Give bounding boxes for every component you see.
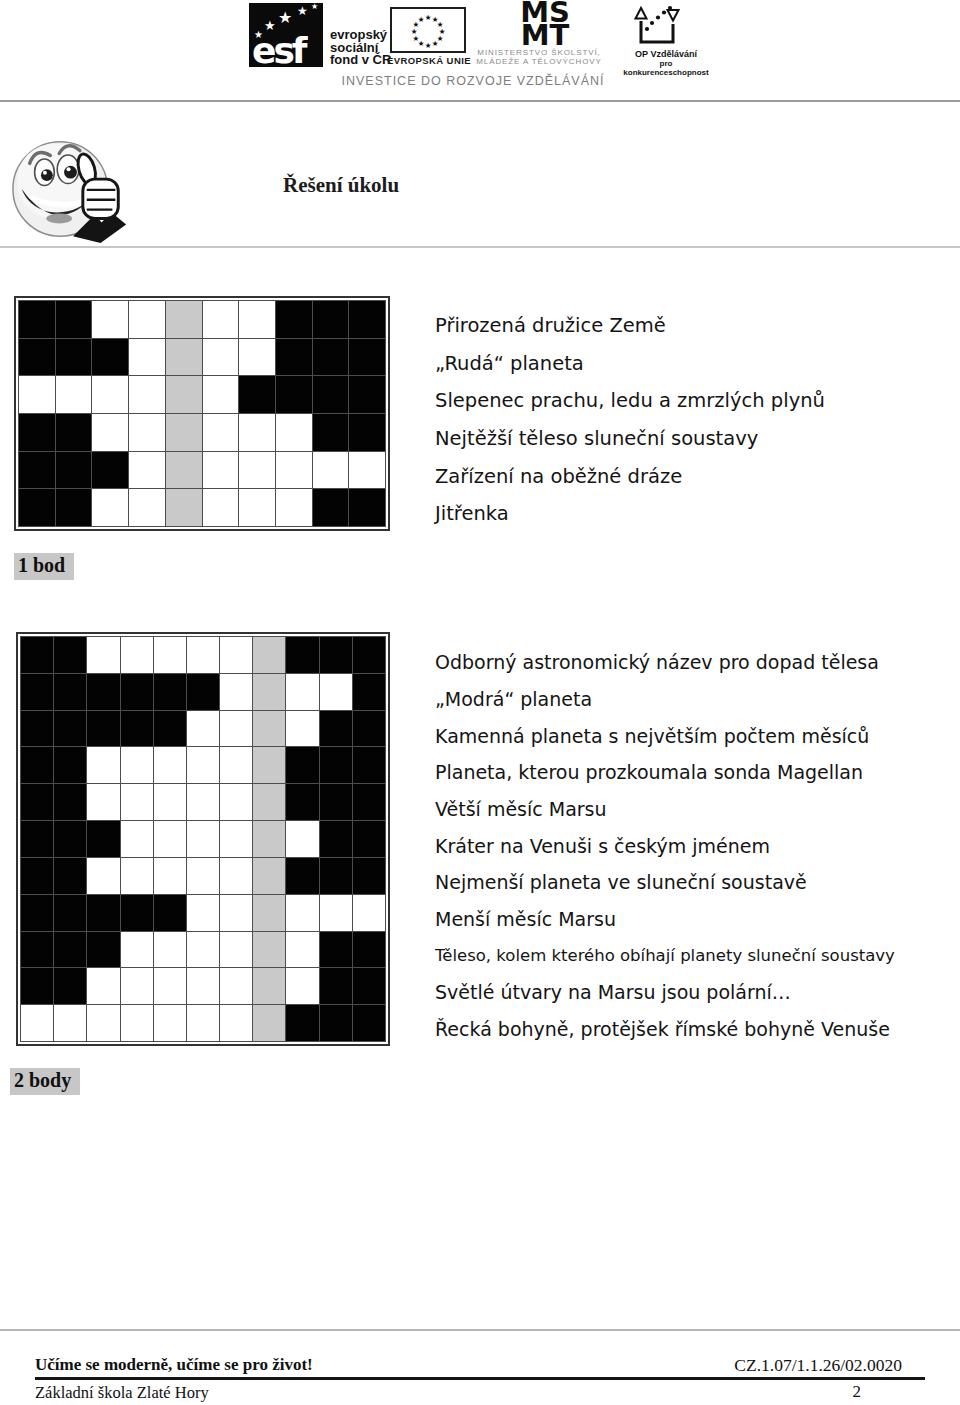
points-badge-1: 1 bod [14, 553, 74, 580]
page-title: Řešení úkolu [283, 173, 399, 198]
crossword-cell [87, 711, 119, 747]
crossword-cell [121, 711, 153, 747]
crossword-cell [253, 784, 285, 820]
eu-flag-logo: ★★★ ★★★ ★★★ ★★★ [390, 7, 466, 53]
crossword-cell [87, 821, 119, 857]
crossword-cell [353, 637, 385, 673]
crossword-cell [349, 339, 385, 376]
crossword-cell [54, 821, 86, 857]
crossword-cell [121, 932, 153, 968]
crossword-cell [187, 968, 219, 1004]
smiley-thumbs-up-image [8, 127, 136, 245]
crossword-grid-2-cells [20, 636, 386, 1042]
crossword-cell [239, 452, 275, 489]
crossword-cell [166, 452, 202, 489]
crossword-cell [129, 339, 165, 376]
crossword-cell [353, 858, 385, 894]
crossword-cell [353, 711, 385, 747]
crossword-cell [286, 674, 318, 710]
crossword-cell [320, 821, 352, 857]
crossword-cell [187, 1005, 219, 1041]
crossword-cell [239, 339, 275, 376]
esf-star-icon: ★ [297, 5, 308, 17]
crossword-cell [56, 489, 92, 526]
crossword-cell [353, 968, 385, 1004]
crossword-cell [87, 674, 119, 710]
crossword-cell [313, 301, 349, 338]
crossword-cell [203, 376, 239, 413]
crossword-cell [54, 1005, 86, 1041]
crossword-cell [253, 895, 285, 931]
crossword-cell [187, 747, 219, 783]
crossword-cell [54, 858, 86, 894]
clue-item: „Modrá“ planeta [435, 681, 895, 718]
crossword-cell [154, 1005, 186, 1041]
crossword-cell [220, 1005, 252, 1041]
crossword-cell [129, 376, 165, 413]
crossword-cell [54, 784, 86, 820]
crossword-cell [286, 747, 318, 783]
crossword-cell [92, 452, 128, 489]
crossword-cell [220, 711, 252, 747]
crossword-cell [239, 376, 275, 413]
crossword-cell [54, 895, 86, 931]
crossword-cell [320, 747, 352, 783]
eu-stars-icon: ★★★ ★★★ ★★★ ★★★ [392, 9, 464, 51]
crossword-cell [313, 414, 349, 451]
crossword-cell [203, 452, 239, 489]
crossword-cell [349, 376, 385, 413]
crossword-cell [87, 968, 119, 1004]
crossword-cell [166, 489, 202, 526]
footer-motto: Učíme se moderně, učíme se pro život! [35, 1355, 313, 1375]
crossword-cell [21, 747, 53, 783]
crossword-cell [253, 821, 285, 857]
crossword-cell [187, 858, 219, 894]
crossword-cell [187, 821, 219, 857]
crossword-cell [87, 747, 119, 783]
crossword-cell [166, 414, 202, 451]
clue-item: Kamenná planeta s největším počtem měsíc… [435, 717, 895, 754]
crossword-cell [276, 414, 312, 451]
clue-item: Těleso, kolem kterého obíhají planety sl… [435, 937, 895, 974]
crossword-cell [121, 968, 153, 1004]
crossword-cell [154, 821, 186, 857]
crossword-cell [21, 637, 53, 673]
esf-logo: ★ ★ ★ ★ ★ esf [249, 3, 323, 67]
crossword-cell [154, 932, 186, 968]
crossword-cell [320, 858, 352, 894]
crossword-cell [187, 711, 219, 747]
crossword-cell [353, 784, 385, 820]
crossword-cell [203, 301, 239, 338]
crossword-cell [87, 1005, 119, 1041]
crossword-cell [349, 452, 385, 489]
msmt-caption-line: MLÁDEŽE A TĚLOVÝCHOVY [464, 58, 614, 67]
crossword-cell [313, 339, 349, 376]
crossword-cell [253, 968, 285, 1004]
crossword-cell [121, 674, 153, 710]
crossword-cell [154, 858, 186, 894]
crossword-cell [349, 414, 385, 451]
op-caption-line: OP Vzdělávání [618, 50, 714, 59]
msmt-logo: MŠ MT [505, 1, 585, 47]
crossword-cell [19, 489, 55, 526]
clue-item: Přirozená družice Země [435, 307, 825, 345]
crossword-cell [253, 637, 285, 673]
crossword-cell [220, 821, 252, 857]
crossword-cell [87, 895, 119, 931]
crossword-cell [21, 932, 53, 968]
crossword-cell [129, 452, 165, 489]
clue-item: Nejmenší planeta ve sluneční soustavě [435, 864, 895, 901]
clue-list-2: Odborný astronomický název pro dopad těl… [435, 644, 895, 1047]
clue-item: Nejtěžší těleso sluneční soustavy [435, 420, 825, 458]
crossword-cell [166, 301, 202, 338]
crossword-cell [276, 452, 312, 489]
crossword-grid-1 [14, 296, 390, 531]
crossword-cell [21, 711, 53, 747]
crossword-cell [353, 895, 385, 931]
crossword-cell [203, 414, 239, 451]
footer-rule-line [35, 1377, 925, 1380]
crossword-cell [154, 747, 186, 783]
crossword-cell [87, 637, 119, 673]
crossword-cell [54, 747, 86, 783]
crossword-cell [253, 858, 285, 894]
crossword-cell [92, 414, 128, 451]
crossword-cell [19, 414, 55, 451]
crossword-cell [92, 376, 128, 413]
title-divider-line [0, 246, 960, 248]
crossword-cell [87, 932, 119, 968]
crossword-cell [276, 376, 312, 413]
clue-item: Slepenec prachu, ledu a zmrzlých plynů [435, 382, 825, 420]
crossword-cell [253, 1005, 285, 1041]
svg-text:★: ★ [425, 13, 432, 22]
esf-star-icon: ★ [278, 10, 292, 26]
crossword-grid-1-cells [18, 300, 386, 527]
crossword-cell [187, 674, 219, 710]
crossword-cell [154, 968, 186, 1004]
crossword-cell [253, 711, 285, 747]
crossword-cell [286, 1005, 318, 1041]
crossword-cell [54, 932, 86, 968]
crossword-cell [121, 821, 153, 857]
crossword-cell [313, 376, 349, 413]
crossword-cell [203, 339, 239, 376]
crossword-cell [21, 821, 53, 857]
crossword-cell [21, 858, 53, 894]
crossword-cell [220, 858, 252, 894]
op-logo-icon [633, 2, 685, 48]
crossword-cell [349, 301, 385, 338]
crossword-cell [121, 637, 153, 673]
crossword-cell [92, 339, 128, 376]
crossword-cell [54, 968, 86, 1004]
crossword-grid-2 [16, 632, 390, 1046]
crossword-cell [286, 968, 318, 1004]
crossword-cell [220, 747, 252, 783]
crossword-cell [19, 301, 55, 338]
crossword-cell [320, 1005, 352, 1041]
crossword-cell [87, 784, 119, 820]
crossword-cell [353, 932, 385, 968]
crossword-cell [313, 489, 349, 526]
crossword-cell [92, 489, 128, 526]
crossword-cell [56, 301, 92, 338]
crossword-cell [21, 674, 53, 710]
crossword-cell [56, 376, 92, 413]
crossword-cell [21, 784, 53, 820]
svg-text:★: ★ [432, 39, 439, 48]
crossword-cell [253, 932, 285, 968]
crossword-cell [320, 637, 352, 673]
crossword-cell [276, 489, 312, 526]
crossword-cell [253, 747, 285, 783]
esf-caption-line: fond v ČR [330, 54, 391, 67]
msmt-logo-line: MT [505, 24, 585, 47]
crossword-cell [286, 895, 318, 931]
crossword-cell [19, 339, 55, 376]
esf-logo-text: esf [252, 30, 305, 71]
crossword-cell [353, 821, 385, 857]
crossword-cell [21, 1005, 53, 1041]
clue-item: Menší měsíc Marsu [435, 900, 895, 937]
crossword-cell [286, 821, 318, 857]
crossword-cell [220, 895, 252, 931]
clue-item: Odborný astronomický název pro dopad těl… [435, 644, 895, 681]
crossword-cell [121, 1005, 153, 1041]
crossword-cell [253, 674, 285, 710]
crossword-cell [154, 711, 186, 747]
crossword-cell [129, 489, 165, 526]
op-logo-caption: OP Vzdělávání pro konkurenceschopnost [618, 50, 714, 77]
crossword-cell [187, 895, 219, 931]
esf-logo-caption: evropský sociální fond v ČR [330, 29, 391, 67]
crossword-cell [239, 301, 275, 338]
crossword-cell [313, 452, 349, 489]
footer-page-number: 2 [853, 1382, 862, 1402]
svg-text:★: ★ [425, 41, 432, 50]
clue-item: Světlé útvary na Marsu jsou polární… [435, 974, 895, 1011]
crossword-cell [87, 858, 119, 894]
crossword-cell [320, 968, 352, 1004]
crossword-cell [129, 301, 165, 338]
eu-flag-caption: EVROPSKÁ UNIE [386, 55, 472, 66]
crossword-cell [220, 784, 252, 820]
crossword-cell [121, 784, 153, 820]
crossword-cell [349, 489, 385, 526]
crossword-cell [203, 489, 239, 526]
crossword-cell [166, 339, 202, 376]
crossword-cell [353, 674, 385, 710]
crossword-cell [320, 674, 352, 710]
clue-item: Kráter na Venuši s českým jménem [435, 827, 895, 864]
crossword-cell [129, 414, 165, 451]
crossword-cell [121, 895, 153, 931]
clue-item: „Rudá“ planeta [435, 345, 825, 383]
crossword-cell [19, 376, 55, 413]
crossword-cell [353, 747, 385, 783]
clue-item: Jitřenka [435, 495, 825, 533]
crossword-cell [54, 637, 86, 673]
crossword-cell [320, 932, 352, 968]
crossword-cell [92, 301, 128, 338]
crossword-cell [154, 784, 186, 820]
crossword-cell [19, 452, 55, 489]
crossword-cell [21, 968, 53, 1004]
crossword-cell [320, 784, 352, 820]
crossword-cell [54, 711, 86, 747]
crossword-cell [286, 932, 318, 968]
crossword-cell [54, 674, 86, 710]
op-vzdelavani-logo [633, 2, 685, 52]
crossword-cell [187, 637, 219, 673]
worksheet-page: ★ ★ ★ ★ ★ esf evropský sociální fond v Č… [0, 0, 960, 1405]
footer-school-name: Základní škola Zlaté Hory [35, 1383, 209, 1403]
esf-star-icon: ★ [311, 3, 318, 11]
crossword-cell [166, 376, 202, 413]
clue-item: Větší měsíc Marsu [435, 791, 895, 828]
crossword-cell [220, 674, 252, 710]
crossword-cell [220, 932, 252, 968]
crossword-cell [187, 784, 219, 820]
header-divider-line [0, 100, 960, 102]
crossword-cell [121, 747, 153, 783]
footer-divider-line [0, 1329, 960, 1331]
crossword-cell [56, 339, 92, 376]
crossword-cell [154, 674, 186, 710]
crossword-cell [286, 858, 318, 894]
crossword-cell [220, 968, 252, 1004]
points-badge-2: 2 body [10, 1068, 80, 1095]
clue-item: Zařízení na oběžné dráze [435, 457, 825, 495]
footer-project-code: CZ.1.07/1.1.26/02.0020 [734, 1355, 902, 1376]
clue-item: Planeta, kterou prozkoumala sonda Magell… [435, 754, 895, 791]
crossword-cell [276, 301, 312, 338]
crossword-cell [239, 414, 275, 451]
crossword-cell [121, 858, 153, 894]
crossword-cell [320, 711, 352, 747]
clue-item: Řecká bohyně, protějšek římské bohyně Ve… [435, 1010, 895, 1047]
crossword-cell [286, 711, 318, 747]
crossword-cell [154, 895, 186, 931]
crossword-cell [286, 637, 318, 673]
investice-slogan: INVESTICE DO ROZVOJE VZDĚLÁVÁNÍ [233, 74, 713, 88]
svg-text:★: ★ [418, 15, 425, 24]
crossword-cell [56, 452, 92, 489]
crossword-cell [154, 637, 186, 673]
crossword-cell [187, 932, 219, 968]
crossword-cell [239, 489, 275, 526]
crossword-cell [353, 1005, 385, 1041]
crossword-cell [286, 784, 318, 820]
crossword-cell [56, 414, 92, 451]
crossword-cell [220, 637, 252, 673]
crossword-cell [320, 895, 352, 931]
msmt-caption: MINISTERSTVO ŠKOLSTVÍ, MLÁDEŽE A TĚLOVÝC… [464, 49, 614, 66]
crossword-cell [276, 339, 312, 376]
crossword-cell [21, 895, 53, 931]
clue-list-1: Přirozená družice Země„Rudá“ planetaSlep… [435, 307, 825, 533]
